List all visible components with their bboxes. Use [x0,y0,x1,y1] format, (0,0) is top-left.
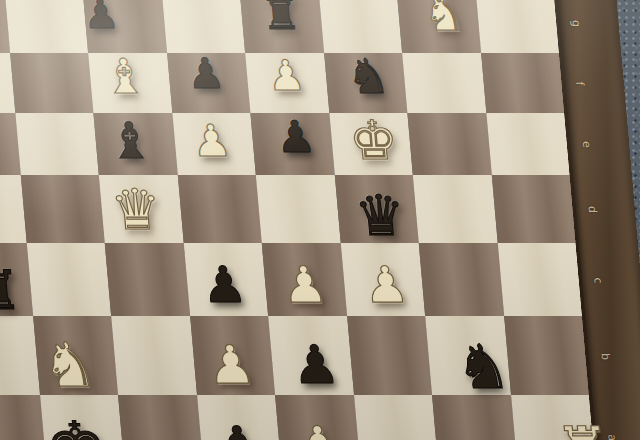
file-label: d [586,206,600,213]
file-label: a [605,434,619,440]
board-square [262,243,347,316]
board-square [10,53,94,113]
board-square [240,0,324,53]
board-square [33,316,118,395]
board-square [161,0,245,53]
board-square [407,113,491,175]
board-squares [0,0,596,440]
chessboard: gfedcba ♜♞♚♟♟♟♟♟♟♛♝♞♞♛♞♟♜♟♟♟♟♟♝♚♜ [0,0,640,440]
board-square [99,175,183,243]
board-square [118,395,204,440]
board-square [26,243,111,316]
board-square [93,113,177,175]
board-square [250,113,334,175]
board-square [4,0,88,53]
board-square [475,0,559,53]
board-square [177,175,261,243]
board-square [425,316,510,395]
board-square [183,243,268,316]
board-square [413,175,497,243]
board-square [324,53,408,113]
board-square [481,53,565,113]
file-label: e [580,141,594,148]
board-square [111,316,196,395]
board-square [497,243,582,316]
board-square [167,53,251,113]
board-square [190,316,275,395]
board-square [397,0,481,53]
photo-of-chessboard: gfedcba ♜♞♚♟♟♟♟♟♟♛♝♞♞♛♞♟♜♟♟♟♟♟♝♚♜ [0,0,640,440]
board-square [486,113,570,175]
board-square [340,243,425,316]
board-square [354,395,440,440]
board-square [268,316,353,395]
board-square [256,175,340,243]
board-square [402,53,486,113]
board-square [197,395,283,440]
file-label: f [573,82,586,86]
board-square [275,395,361,440]
board-square [245,53,329,113]
board-square [20,175,104,243]
board-square [491,175,575,243]
board-square [329,113,413,175]
board-square [419,243,504,316]
file-label: g [569,20,583,27]
board-square [347,316,432,395]
board-square [83,0,167,53]
board-square [511,395,597,440]
board-square [504,316,589,395]
board-square [105,243,190,316]
board-square [40,395,126,440]
file-label: c [591,277,605,283]
board-square [88,53,172,113]
board-square [432,395,518,440]
board-square [318,0,402,53]
board-square [172,113,256,175]
board-square [334,175,418,243]
file-label: b [598,353,612,360]
board-square [15,113,99,175]
